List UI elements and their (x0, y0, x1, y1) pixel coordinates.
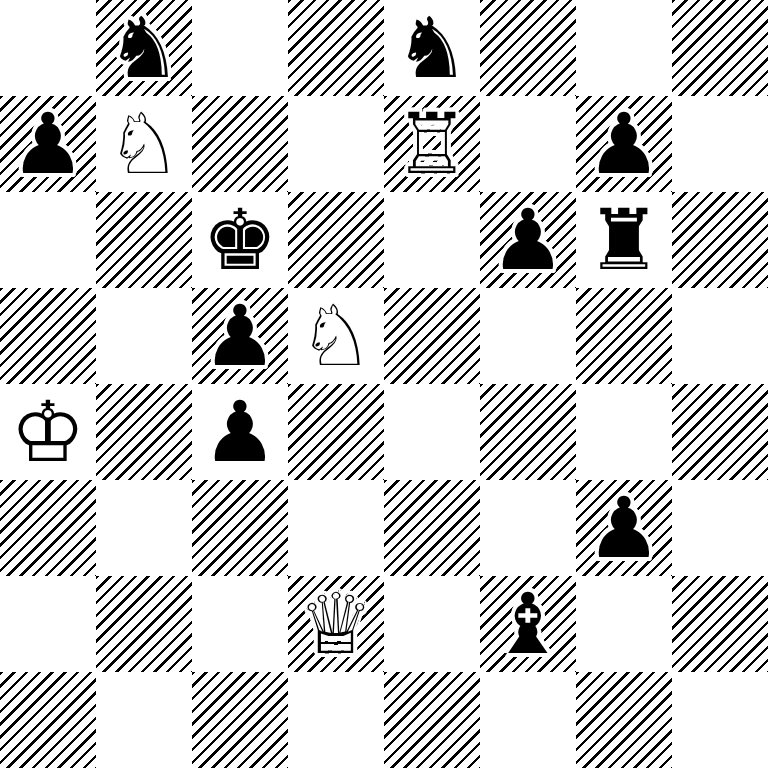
square-b4[interactable] (96, 384, 192, 480)
square-a1[interactable] (0, 672, 96, 768)
square-f4[interactable] (480, 384, 576, 480)
square-h5[interactable] (672, 288, 768, 384)
square-a5[interactable] (0, 288, 96, 384)
chess-board: ♞♞♟♘♖♟♚♟♜♟♘♔♟♟♕♝ (0, 0, 768, 768)
piece-white-knight[interactable]: ♘ (298, 288, 373, 384)
piece-white-queen[interactable]: ♕ (298, 576, 373, 672)
square-b3[interactable] (96, 480, 192, 576)
square-h4[interactable] (672, 384, 768, 480)
square-c3[interactable] (192, 480, 288, 576)
square-d7[interactable] (288, 96, 384, 192)
piece-black-pawn[interactable]: ♟ (586, 96, 661, 192)
square-a4[interactable]: ♔ (0, 384, 96, 480)
piece-black-pawn[interactable]: ♟ (202, 384, 277, 480)
square-h3[interactable] (672, 480, 768, 576)
square-d3[interactable] (288, 480, 384, 576)
square-e3[interactable] (384, 480, 480, 576)
square-f6[interactable]: ♟ (480, 192, 576, 288)
square-d5[interactable]: ♘ (288, 288, 384, 384)
square-e2[interactable] (384, 576, 480, 672)
square-c8[interactable] (192, 0, 288, 96)
square-c6[interactable]: ♚ (192, 192, 288, 288)
square-h8[interactable] (672, 0, 768, 96)
square-b5[interactable] (96, 288, 192, 384)
square-e8[interactable]: ♞ (384, 0, 480, 96)
square-g1[interactable] (576, 672, 672, 768)
square-f7[interactable] (480, 96, 576, 192)
square-a3[interactable] (0, 480, 96, 576)
square-g4[interactable] (576, 384, 672, 480)
square-a7[interactable]: ♟ (0, 96, 96, 192)
piece-black-knight[interactable]: ♞ (106, 0, 181, 96)
piece-black-knight[interactable]: ♞ (394, 0, 469, 96)
square-h1[interactable] (672, 672, 768, 768)
square-h6[interactable] (672, 192, 768, 288)
square-h2[interactable] (672, 576, 768, 672)
square-c4[interactable]: ♟ (192, 384, 288, 480)
square-c2[interactable] (192, 576, 288, 672)
square-a8[interactable] (0, 0, 96, 96)
square-b6[interactable] (96, 192, 192, 288)
square-b8[interactable]: ♞ (96, 0, 192, 96)
piece-black-rook[interactable]: ♜ (586, 192, 661, 288)
piece-black-king[interactable]: ♚ (202, 192, 277, 288)
square-d2[interactable]: ♕ (288, 576, 384, 672)
square-g6[interactable]: ♜ (576, 192, 672, 288)
square-e6[interactable] (384, 192, 480, 288)
piece-black-pawn[interactable]: ♟ (586, 480, 661, 576)
square-g8[interactable] (576, 0, 672, 96)
piece-black-pawn[interactable]: ♟ (490, 192, 565, 288)
piece-black-bishop[interactable]: ♝ (490, 576, 565, 672)
piece-white-king[interactable]: ♔ (10, 384, 85, 480)
piece-white-rook[interactable]: ♖ (394, 96, 469, 192)
square-b2[interactable] (96, 576, 192, 672)
square-e4[interactable] (384, 384, 480, 480)
square-c5[interactable]: ♟ (192, 288, 288, 384)
square-g3[interactable]: ♟ (576, 480, 672, 576)
square-a2[interactable] (0, 576, 96, 672)
square-a6[interactable] (0, 192, 96, 288)
square-d8[interactable] (288, 0, 384, 96)
square-d1[interactable] (288, 672, 384, 768)
square-e7[interactable]: ♖ (384, 96, 480, 192)
square-d6[interactable] (288, 192, 384, 288)
square-f3[interactable] (480, 480, 576, 576)
square-g7[interactable]: ♟ (576, 96, 672, 192)
square-b7[interactable]: ♘ (96, 96, 192, 192)
piece-white-knight[interactable]: ♘ (106, 96, 181, 192)
piece-black-pawn[interactable]: ♟ (202, 288, 277, 384)
square-f8[interactable] (480, 0, 576, 96)
square-h7[interactable] (672, 96, 768, 192)
square-c1[interactable] (192, 672, 288, 768)
square-g2[interactable] (576, 576, 672, 672)
square-c7[interactable] (192, 96, 288, 192)
square-f1[interactable] (480, 672, 576, 768)
square-d4[interactable] (288, 384, 384, 480)
square-e1[interactable] (384, 672, 480, 768)
square-f2[interactable]: ♝ (480, 576, 576, 672)
square-e5[interactable] (384, 288, 480, 384)
square-g5[interactable] (576, 288, 672, 384)
square-f5[interactable] (480, 288, 576, 384)
square-b1[interactable] (96, 672, 192, 768)
piece-black-pawn[interactable]: ♟ (10, 96, 85, 192)
